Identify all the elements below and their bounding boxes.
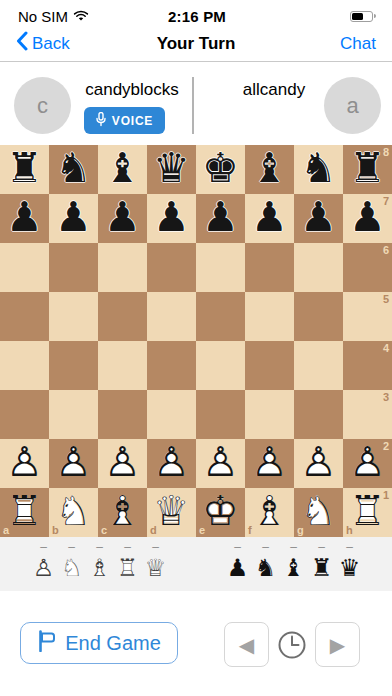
piece-white-bishop: ♝♗ [98, 488, 147, 537]
piece-black-rook: ♜ [343, 145, 392, 194]
back-button[interactable]: Back [16, 31, 70, 56]
piece-white-pawn: ♟♙ [343, 439, 392, 488]
square-g4[interactable] [294, 341, 343, 390]
square-f2[interactable]: ♟♙ [245, 439, 294, 488]
end-game-button[interactable]: End Game [20, 622, 178, 664]
piece-white-pawn: ♟♙ [196, 439, 245, 488]
piece-white-rook: ♜♖ [343, 488, 392, 537]
tray-item-bishop: –♝ [280, 541, 307, 583]
piece-black-knight: ♞ [294, 145, 343, 194]
square-b7[interactable]: ♟ [49, 194, 98, 243]
captured-tray-strip: –♟♙–♞♘–♝♗–♜♖–♛♕ –♟–♞–♝–♜–♛ [0, 537, 392, 591]
square-c6[interactable] [98, 243, 147, 292]
square-b1[interactable]: b♞♘ [49, 488, 98, 537]
captured-count: – [40, 541, 47, 553]
square-g5[interactable] [294, 292, 343, 341]
square-f1[interactable]: f♝♗ [245, 488, 294, 537]
end-game-label: End Game [65, 632, 161, 655]
square-a2[interactable]: ♟♙ [0, 439, 49, 488]
square-e1[interactable]: e♚♔ [196, 488, 245, 537]
tray-item-bishop: –♝♗ [86, 541, 113, 583]
back-label: Back [32, 34, 70, 54]
piece-black-pawn: ♟ [196, 194, 245, 243]
square-e3[interactable] [196, 390, 245, 439]
square-f5[interactable] [245, 292, 294, 341]
square-e7[interactable]: ♟ [196, 194, 245, 243]
piece-white-pawn: ♟♙ [30, 553, 57, 583]
square-a6[interactable] [0, 243, 49, 292]
player-divider [192, 77, 194, 134]
captured-count: – [234, 541, 241, 553]
piece-black-knight: ♞ [252, 553, 279, 583]
piece-black-rook: ♜ [308, 553, 335, 583]
square-d3[interactable] [147, 390, 196, 439]
square-c3[interactable] [98, 390, 147, 439]
battery-icon [350, 11, 376, 22]
square-h8[interactable]: 8♜ [343, 145, 392, 194]
square-g6[interactable] [294, 243, 343, 292]
square-d7[interactable]: ♟ [147, 194, 196, 243]
player-panel: c candyblocks VOICE allcandy a [0, 62, 392, 145]
piece-white-bishop: ♝♗ [245, 488, 294, 537]
square-c5[interactable] [98, 292, 147, 341]
next-move-button[interactable]: ▶ [315, 622, 360, 667]
tray-item-knight: –♞♘ [58, 541, 85, 583]
chess-board: ♜♞♝♛♚♝♞8♜♟♟♟♟♟♟♟7♟6543♟♙♟♙♟♙♟♙♟♙♟♙♟♙2♟♙a… [0, 145, 392, 537]
square-a4[interactable] [0, 341, 49, 390]
piece-white-rook: ♜♖ [0, 488, 49, 537]
square-g2[interactable]: ♟♙ [294, 439, 343, 488]
square-a5[interactable] [0, 292, 49, 341]
rank-label: 6 [383, 244, 389, 256]
square-e6[interactable] [196, 243, 245, 292]
square-b3[interactable] [49, 390, 98, 439]
square-e4[interactable] [196, 341, 245, 390]
piece-black-bishop: ♝ [245, 145, 294, 194]
captured-count: – [346, 541, 353, 553]
captured-count: – [290, 541, 297, 553]
piece-white-pawn: ♟♙ [0, 439, 49, 488]
microphone-icon [96, 112, 106, 130]
tray-item-rook: –♜♖ [114, 541, 141, 583]
white-piece-tray: –♟♙–♞♘–♝♗–♜♖–♛♕ [30, 541, 169, 583]
piece-black-pawn: ♟ [294, 194, 343, 243]
square-b2[interactable]: ♟♙ [49, 439, 98, 488]
piece-white-king: ♚♔ [196, 488, 245, 537]
piece-white-pawn: ♟♙ [49, 439, 98, 488]
square-g8[interactable]: ♞ [294, 145, 343, 194]
square-b5[interactable] [49, 292, 98, 341]
square-h1[interactable]: 1h♜♖ [343, 488, 392, 537]
piece-white-pawn: ♟♙ [245, 439, 294, 488]
square-h2[interactable]: 2♟♙ [343, 439, 392, 488]
square-d8[interactable]: ♛ [147, 145, 196, 194]
move-nav-controls: ◀ ▶ [224, 622, 360, 667]
piece-white-queen: ♛♕ [142, 553, 169, 583]
piece-black-knight: ♞ [49, 145, 98, 194]
player-name-left: candyblocks [84, 80, 180, 100]
tray-item-queen: –♛♕ [142, 541, 169, 583]
piece-white-pawn: ♟♙ [147, 439, 196, 488]
chat-button[interactable]: Chat [340, 34, 376, 54]
piece-black-bishop: ♝ [98, 145, 147, 194]
square-e2[interactable]: ♟♙ [196, 439, 245, 488]
piece-black-bishop: ♝ [280, 553, 307, 583]
square-h5[interactable]: 5 [343, 292, 392, 341]
flag-icon [37, 630, 56, 657]
rank-label: 3 [383, 391, 389, 403]
avatar-right-initial: a [346, 93, 358, 119]
piece-white-pawn: ♟♙ [294, 439, 343, 488]
chevron-left-icon [16, 31, 28, 56]
square-c7[interactable]: ♟ [98, 194, 147, 243]
footer-bar: End Game ◀ ▶ [0, 591, 392, 696]
nav-bar: Back Your Turn Chat [0, 26, 392, 62]
square-e5[interactable] [196, 292, 245, 341]
piece-black-pawn: ♟ [98, 194, 147, 243]
square-g3[interactable] [294, 390, 343, 439]
previous-move-button[interactable]: ◀ [224, 622, 269, 667]
square-f8[interactable]: ♝ [245, 145, 294, 194]
piece-white-knight: ♞♘ [294, 488, 343, 537]
piece-white-pawn: ♟♙ [98, 439, 147, 488]
carrier-label: No SIM [18, 8, 68, 25]
status-bar: No SIM 2:16 PM [0, 0, 392, 26]
piece-black-pawn: ♟ [245, 194, 294, 243]
square-g7[interactable]: ♟ [294, 194, 343, 243]
square-a8[interactable]: ♜ [0, 145, 49, 194]
square-g1[interactable]: g♞♘ [294, 488, 343, 537]
square-d2[interactable]: ♟♙ [147, 439, 196, 488]
square-f7[interactable]: ♟ [245, 194, 294, 243]
triangle-left-icon: ◀ [239, 633, 254, 657]
square-h7[interactable]: 7♟ [343, 194, 392, 243]
wifi-icon [73, 8, 89, 25]
avatar-left: c [14, 77, 71, 134]
history-clock-icon [274, 629, 310, 661]
player-name-right: allcandy [226, 80, 322, 100]
clock-time: 2:16 PM [168, 8, 226, 25]
square-a7[interactable]: ♟ [0, 194, 49, 243]
square-a1[interactable]: a♜♖ [0, 488, 49, 537]
square-f4[interactable] [245, 341, 294, 390]
piece-black-pawn: ♟ [343, 194, 392, 243]
voice-label: VOICE [112, 114, 153, 128]
avatar-right: a [324, 77, 381, 134]
square-f6[interactable] [245, 243, 294, 292]
piece-black-pawn: ♟ [49, 194, 98, 243]
piece-white-knight: ♞♘ [58, 553, 85, 583]
app-screen: No SIM 2:16 PM Back Your Turn Chat [0, 0, 392, 696]
captured-count: – [152, 541, 159, 553]
rank-label: 5 [383, 293, 389, 305]
rank-label: 4 [383, 342, 389, 354]
black-piece-tray: –♟–♞–♝–♜–♛ [224, 541, 363, 583]
square-a3[interactable] [0, 390, 49, 439]
captured-count: – [68, 541, 75, 553]
piece-black-king: ♚ [196, 145, 245, 194]
square-h3[interactable]: 3 [343, 390, 392, 439]
piece-white-knight: ♞♘ [49, 488, 98, 537]
tray-item-pawn: –♟♙ [30, 541, 57, 583]
square-d4[interactable] [147, 341, 196, 390]
square-h4[interactable]: 4 [343, 341, 392, 390]
square-c8[interactable]: ♝ [98, 145, 147, 194]
square-f3[interactable] [245, 390, 294, 439]
square-h6[interactable]: 6 [343, 243, 392, 292]
piece-black-rook: ♜ [0, 145, 49, 194]
square-e8[interactable]: ♚ [196, 145, 245, 194]
voice-button[interactable]: VOICE [84, 107, 165, 134]
captured-count: – [96, 541, 103, 553]
captured-count: – [262, 541, 269, 553]
square-c1[interactable]: c♝♗ [98, 488, 147, 537]
square-c4[interactable] [98, 341, 147, 390]
square-d1[interactable]: d♛♕ [147, 488, 196, 537]
tray-item-pawn: –♟ [224, 541, 251, 583]
piece-white-bishop: ♝♗ [86, 553, 113, 583]
tray-item-knight: –♞ [252, 541, 279, 583]
piece-white-queen: ♛♕ [147, 488, 196, 537]
piece-black-pawn: ♟ [0, 194, 49, 243]
piece-black-pawn: ♟ [147, 194, 196, 243]
piece-white-rook: ♜♖ [114, 553, 141, 583]
captured-count: – [318, 541, 325, 553]
square-b4[interactable] [49, 341, 98, 390]
piece-black-pawn: ♟ [224, 553, 251, 583]
triangle-right-icon: ▶ [330, 633, 345, 657]
square-c2[interactable]: ♟♙ [98, 439, 147, 488]
square-d5[interactable] [147, 292, 196, 341]
piece-black-queen: ♛ [147, 145, 196, 194]
captured-count: – [124, 541, 131, 553]
avatar-left-initial: c [37, 93, 48, 119]
square-b8[interactable]: ♞ [49, 145, 98, 194]
square-d6[interactable] [147, 243, 196, 292]
piece-black-queen: ♛ [336, 553, 363, 583]
tray-item-queen: –♛ [336, 541, 363, 583]
tray-item-rook: –♜ [308, 541, 335, 583]
square-b6[interactable] [49, 243, 98, 292]
